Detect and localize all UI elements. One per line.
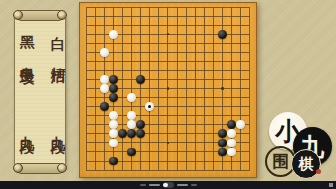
white-stone bbox=[227, 139, 236, 148]
scroll-knob-icon bbox=[57, 163, 67, 173]
star-point bbox=[167, 87, 169, 89]
black-stone bbox=[127, 129, 136, 138]
black-color-label: 黑 bbox=[19, 24, 34, 26]
logo-red-dot-icon bbox=[316, 169, 321, 174]
star-point bbox=[221, 87, 223, 89]
grid-line bbox=[177, 7, 178, 170]
black-stone bbox=[218, 148, 227, 157]
left-micro-text bbox=[149, 184, 160, 186]
logo-circle-qi: 棋 bbox=[291, 149, 321, 179]
white-stone bbox=[100, 75, 109, 84]
black-stone bbox=[218, 129, 227, 138]
star-point bbox=[167, 33, 169, 35]
white-stone bbox=[145, 102, 154, 111]
white-stone bbox=[127, 120, 136, 129]
toggle-knob-icon bbox=[163, 183, 168, 188]
scroll-top-roll bbox=[17, 10, 63, 21]
logo-char: 棋 bbox=[299, 155, 314, 174]
fullscreen-icon[interactable] bbox=[329, 183, 333, 187]
black-stone bbox=[109, 93, 118, 102]
playback-bar[interactable] bbox=[0, 181, 336, 189]
prev-marks-icon bbox=[140, 184, 146, 186]
black-stone bbox=[109, 157, 118, 166]
black-player-name: 申旻埈 bbox=[19, 55, 34, 60]
logo-char: 围 bbox=[272, 150, 289, 173]
black-player-rank: 九段 bbox=[19, 124, 34, 130]
app-logo: 小 九 围 棋 bbox=[264, 110, 336, 180]
white-stone bbox=[227, 148, 236, 157]
white-stone bbox=[109, 111, 118, 120]
right-micro-text bbox=[177, 184, 188, 186]
scroll-knob-icon bbox=[57, 10, 67, 20]
black-stone bbox=[218, 139, 227, 148]
grid-line bbox=[204, 7, 205, 170]
white-stone bbox=[109, 30, 118, 39]
black-stone bbox=[136, 129, 145, 138]
go-board[interactable] bbox=[79, 2, 257, 178]
white-stone bbox=[109, 139, 118, 148]
grid-line bbox=[195, 7, 196, 170]
black-stone bbox=[109, 75, 118, 84]
grid-line bbox=[186, 7, 187, 170]
black-stone bbox=[118, 129, 127, 138]
turn-toggle[interactable] bbox=[163, 182, 174, 188]
grid-line bbox=[213, 7, 214, 170]
last-move-marker bbox=[148, 105, 151, 108]
player-info-panel: 白 柯洁 九段 黑 申旻埈 九段 bbox=[13, 10, 67, 174]
white-color-label: 白 bbox=[50, 24, 65, 26]
white-stone bbox=[109, 120, 118, 129]
white-stone bbox=[227, 129, 236, 138]
white-stone bbox=[127, 111, 136, 120]
scroll-bottom-roll bbox=[17, 163, 63, 174]
white-stone bbox=[236, 120, 245, 129]
black-stone bbox=[109, 84, 118, 93]
grid-line bbox=[249, 7, 250, 170]
black-stone bbox=[100, 102, 109, 111]
scroll-knob-icon bbox=[13, 10, 23, 20]
grid-line bbox=[86, 170, 249, 171]
black-stone bbox=[127, 148, 136, 157]
video-frame: 白 柯洁 九段 黑 申旻埈 九段 小 九 围 棋 bbox=[0, 0, 336, 189]
star-point bbox=[167, 142, 169, 144]
scroll-knob-icon bbox=[13, 163, 23, 173]
white-player-rank: 九段 bbox=[50, 124, 65, 130]
white-stone bbox=[100, 84, 109, 93]
white-stone bbox=[127, 93, 136, 102]
grid-line bbox=[86, 106, 249, 107]
black-stone bbox=[227, 120, 236, 129]
black-stone bbox=[218, 30, 227, 39]
next-marks-icon bbox=[191, 184, 197, 186]
white-player-name: 柯洁 bbox=[50, 55, 65, 58]
white-stone bbox=[100, 48, 109, 57]
black-stone bbox=[136, 120, 145, 129]
black-stone bbox=[136, 75, 145, 84]
grid-line bbox=[240, 7, 241, 170]
white-stone bbox=[109, 129, 118, 138]
scroll-paper bbox=[14, 15, 66, 169]
